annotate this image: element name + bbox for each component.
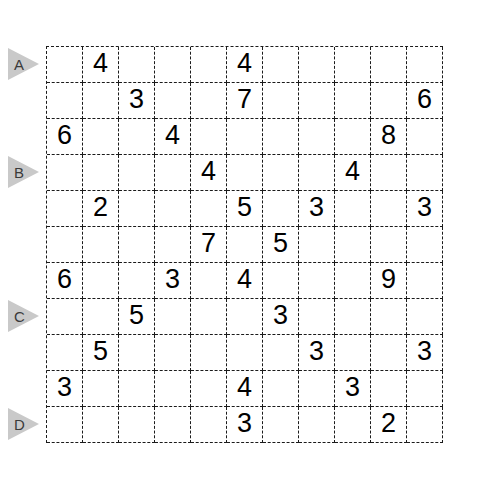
given-clue-digit: 4 [237, 266, 252, 293]
cell-r2c3: 3 [119, 83, 155, 119]
given-clue-digit: 4 [345, 158, 360, 185]
cell-r10c5[interactable] [191, 371, 227, 407]
cell-r1c6: 4 [227, 47, 263, 83]
given-clue-digit: 3 [273, 302, 288, 329]
given-clue-digit: 2 [381, 410, 396, 437]
given-clue-digit: 4 [201, 158, 216, 185]
cell-r1c3[interactable] [119, 47, 155, 83]
cell-r2c4[interactable] [155, 83, 191, 119]
cell-r4c8[interactable] [299, 155, 335, 191]
cell-r11c5[interactable] [191, 407, 227, 443]
given-clue-digit: 3 [417, 338, 432, 365]
cell-r3c4: 4 [155, 119, 191, 155]
cell-r4c4[interactable] [155, 155, 191, 191]
cell-r5c3[interactable] [119, 191, 155, 227]
given-clue-digit: 5 [237, 194, 252, 221]
row-marker-d: D [8, 408, 39, 440]
given-clue-digit: 4 [237, 374, 252, 401]
cell-r9c11: 3 [407, 335, 443, 371]
cell-r8c8[interactable] [299, 299, 335, 335]
cell-r10c10[interactable] [371, 371, 407, 407]
given-clue-digit: 3 [57, 374, 72, 401]
cell-r4c7[interactable] [263, 155, 299, 191]
cell-r6c4[interactable] [155, 227, 191, 263]
cell-r7c1: 6 [47, 263, 83, 299]
cell-r8c1[interactable] [47, 299, 83, 335]
given-clue-digit: 3 [417, 194, 432, 221]
cell-r11c6: 3 [227, 407, 263, 443]
cell-r9c6[interactable] [227, 335, 263, 371]
cell-r9c7[interactable] [263, 335, 299, 371]
row-marker-b: B [8, 156, 39, 188]
row-marker-a: A [8, 48, 39, 80]
cell-r8c7: 3 [263, 299, 299, 335]
cell-r3c9[interactable] [335, 119, 371, 155]
cell-r9c1[interactable] [47, 335, 83, 371]
cell-r2c10[interactable] [371, 83, 407, 119]
cell-r4c2[interactable] [83, 155, 119, 191]
cell-r3c11[interactable] [407, 119, 443, 155]
cell-r6c9[interactable] [335, 227, 371, 263]
cell-r4c6[interactable] [227, 155, 263, 191]
cell-r8c4[interactable] [155, 299, 191, 335]
cell-r10c8[interactable] [299, 371, 335, 407]
cell-r8c9[interactable] [335, 299, 371, 335]
cell-r2c8[interactable] [299, 83, 335, 119]
cell-r2c2[interactable] [83, 83, 119, 119]
cell-r10c4[interactable] [155, 371, 191, 407]
cell-r8c5[interactable] [191, 299, 227, 335]
cell-r7c10: 9 [371, 263, 407, 299]
cell-r5c7[interactable] [263, 191, 299, 227]
cell-r1c1[interactable] [47, 47, 83, 83]
given-clue-digit: 5 [93, 338, 108, 365]
given-clue-digit: 3 [165, 266, 180, 293]
cell-r2c7[interactable] [263, 83, 299, 119]
cell-r7c5[interactable] [191, 263, 227, 299]
cell-r7c6: 4 [227, 263, 263, 299]
cell-r2c1[interactable] [47, 83, 83, 119]
cell-r3c3[interactable] [119, 119, 155, 155]
cell-r7c4: 3 [155, 263, 191, 299]
cell-r8c10[interactable] [371, 299, 407, 335]
given-clue-digit: 8 [381, 122, 396, 149]
cell-r5c6: 5 [227, 191, 263, 227]
cell-r4c3[interactable] [119, 155, 155, 191]
cell-r1c8[interactable] [299, 47, 335, 83]
cell-r10c7[interactable] [263, 371, 299, 407]
cell-r6c1[interactable] [47, 227, 83, 263]
cell-r6c8[interactable] [299, 227, 335, 263]
cell-r1c4[interactable] [155, 47, 191, 83]
cell-r7c9[interactable] [335, 263, 371, 299]
cell-r11c3[interactable] [119, 407, 155, 443]
cell-r8c11[interactable] [407, 299, 443, 335]
cell-r9c4[interactable] [155, 335, 191, 371]
given-clue-digit: 3 [237, 410, 252, 437]
cell-r11c11[interactable] [407, 407, 443, 443]
given-clue-digit: 6 [417, 86, 432, 113]
cell-r11c9[interactable] [335, 407, 371, 443]
cell-r5c5[interactable] [191, 191, 227, 227]
given-clue-digit: 5 [273, 230, 288, 257]
cell-r10c1: 3 [47, 371, 83, 407]
cell-r6c6[interactable] [227, 227, 263, 263]
cell-r9c10[interactable] [371, 335, 407, 371]
given-clue-digit: 6 [57, 122, 72, 149]
given-clue-digit: 3 [309, 338, 324, 365]
cell-r4c11[interactable] [407, 155, 443, 191]
cell-r9c9[interactable] [335, 335, 371, 371]
given-clue-digit: 7 [237, 86, 252, 113]
cell-r3c1: 6 [47, 119, 83, 155]
row-marker-b-label: B [14, 164, 24, 181]
cell-r5c1[interactable] [47, 191, 83, 227]
given-clue-digit: 6 [57, 266, 72, 293]
cell-r1c11[interactable] [407, 47, 443, 83]
given-clue-digit: 7 [201, 230, 216, 257]
cell-r7c3[interactable] [119, 263, 155, 299]
cell-r3c6[interactable] [227, 119, 263, 155]
cell-r11c2[interactable] [83, 407, 119, 443]
row-marker-c-label: C [14, 308, 25, 325]
cell-r2c11: 6 [407, 83, 443, 119]
given-clue-digit: 4 [237, 50, 252, 77]
cell-r2c6: 7 [227, 83, 263, 119]
cell-r6c5: 7 [191, 227, 227, 263]
board: 443766484425337563495353334332 [46, 46, 443, 443]
cell-r9c3[interactable] [119, 335, 155, 371]
cell-r8c2[interactable] [83, 299, 119, 335]
row-marker-d-label: D [14, 416, 25, 433]
cell-r1c2: 4 [83, 47, 119, 83]
cell-r7c8[interactable] [299, 263, 335, 299]
cell-r4c5: 4 [191, 155, 227, 191]
cell-r4c1[interactable] [47, 155, 83, 191]
cell-r8c3: 5 [119, 299, 155, 335]
cell-r5c11: 3 [407, 191, 443, 227]
given-clue-digit: 3 [129, 86, 144, 113]
cell-r3c10: 8 [371, 119, 407, 155]
cell-r6c3[interactable] [119, 227, 155, 263]
cell-r3c8[interactable] [299, 119, 335, 155]
cell-r5c8: 3 [299, 191, 335, 227]
row-marker-a-label: A [14, 56, 24, 73]
cell-r6c10[interactable] [371, 227, 407, 263]
cell-r9c2: 5 [83, 335, 119, 371]
cell-r10c6: 4 [227, 371, 263, 407]
cell-r11c8[interactable] [299, 407, 335, 443]
cell-r11c4[interactable] [155, 407, 191, 443]
cell-r1c7[interactable] [263, 47, 299, 83]
cell-r3c2[interactable] [83, 119, 119, 155]
given-clue-digit: 4 [93, 50, 108, 77]
cell-r10c2[interactable] [83, 371, 119, 407]
cell-r6c11[interactable] [407, 227, 443, 263]
cell-r7c11[interactable] [407, 263, 443, 299]
cell-r3c7[interactable] [263, 119, 299, 155]
cell-r2c5[interactable] [191, 83, 227, 119]
cell-r1c5[interactable] [191, 47, 227, 83]
puzzle-page: 443766484425337563495353334332 A B C D [0, 0, 486, 486]
cell-r1c9[interactable] [335, 47, 371, 83]
cell-r9c5[interactable] [191, 335, 227, 371]
cell-r11c10: 2 [371, 407, 407, 443]
cell-r11c1[interactable] [47, 407, 83, 443]
given-clue-digit: 5 [129, 302, 144, 329]
cell-r9c8: 3 [299, 335, 335, 371]
cell-r7c2[interactable] [83, 263, 119, 299]
given-clue-digit: 2 [93, 194, 108, 221]
row-marker-c: C [8, 300, 39, 332]
cell-r10c11[interactable] [407, 371, 443, 407]
cell-r10c3[interactable] [119, 371, 155, 407]
cell-r5c9[interactable] [335, 191, 371, 227]
cell-r1c10[interactable] [371, 47, 407, 83]
given-clue-digit: 3 [309, 194, 324, 221]
cell-r8c6[interactable] [227, 299, 263, 335]
cell-r11c7[interactable] [263, 407, 299, 443]
given-clue-digit: 9 [381, 266, 396, 293]
cell-r10c9: 3 [335, 371, 371, 407]
cell-r3c5[interactable] [191, 119, 227, 155]
cell-r5c2: 2 [83, 191, 119, 227]
cell-r4c9: 4 [335, 155, 371, 191]
cell-r6c7: 5 [263, 227, 299, 263]
cell-r7c7[interactable] [263, 263, 299, 299]
cell-r5c4[interactable] [155, 191, 191, 227]
given-clue-digit: 4 [165, 122, 180, 149]
given-clue-digit: 3 [345, 374, 360, 401]
cell-r6c2[interactable] [83, 227, 119, 263]
cell-r4c10[interactable] [371, 155, 407, 191]
cell-r5c10[interactable] [371, 191, 407, 227]
cell-r2c9[interactable] [335, 83, 371, 119]
